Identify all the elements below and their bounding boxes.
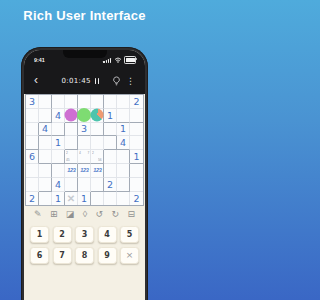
grid-cell-r8c5[interactable]: 1 xyxy=(78,192,91,206)
grid-cell-r7c7[interactable]: 2 xyxy=(104,178,117,192)
given-digit: 4 xyxy=(120,137,126,148)
grid-cell-r8c8[interactable] xyxy=(117,192,130,206)
grid-cell-r2c2[interactable] xyxy=(39,109,52,123)
keypad-toggle-icon[interactable]: ⊟ xyxy=(127,209,135,219)
grid-cell-r2c5[interactable] xyxy=(78,109,91,123)
undo-icon[interactable]: ↺ xyxy=(96,209,104,219)
grid-cell-r7c9[interactable] xyxy=(130,178,143,192)
given-digit: 4 xyxy=(55,110,61,121)
grid-cell-r7c8[interactable] xyxy=(117,178,130,192)
cross-mark: ✕ xyxy=(67,193,75,204)
grid-cell-r6c6[interactable]: 123 xyxy=(91,164,104,178)
given-digit: 2 xyxy=(133,193,139,204)
key-3[interactable]: 3 xyxy=(75,226,94,243)
signal-icon xyxy=(103,58,111,63)
grid-cell-r3c4[interactable] xyxy=(65,123,78,137)
given-digit: 1 xyxy=(55,193,61,204)
grid-cell-r6c5[interactable]: 123 xyxy=(78,164,91,178)
notes-icon[interactable]: ⊞ xyxy=(50,209,58,219)
color-icon[interactable]: ◊ xyxy=(83,209,87,219)
given-digit: 2 xyxy=(29,193,35,204)
teal-coral-circle xyxy=(91,109,104,122)
grid-cell-r2c8[interactable] xyxy=(117,109,130,123)
grid-cell-r1c2[interactable] xyxy=(39,95,52,109)
screen-filler xyxy=(24,264,145,300)
grid-cell-r6c4[interactable]: 123 xyxy=(65,164,78,178)
grid-cell-r8c1[interactable]: 2 xyxy=(26,192,39,206)
grid-cell-r7c5[interactable] xyxy=(78,178,91,192)
delete-key[interactable]: × xyxy=(120,247,139,264)
given-digit: 1 xyxy=(81,193,87,204)
wifi-icon xyxy=(114,57,122,63)
grid-cell-r3c6[interactable] xyxy=(91,123,104,137)
grid-cell-r5c9[interactable]: 1 xyxy=(130,150,143,164)
grid-cell-r2c7[interactable]: 1 xyxy=(104,109,117,123)
grid-cell-r6c3[interactable] xyxy=(52,164,65,178)
grid-cell-r8c7[interactable] xyxy=(104,192,117,206)
grid-cell-r5c7[interactable] xyxy=(104,150,117,164)
grid-cell-r4c9[interactable] xyxy=(130,136,143,150)
grid-cell-r4c6[interactable] xyxy=(91,136,104,150)
key-4[interactable]: 4 xyxy=(98,226,117,243)
grid-cell-r8c3[interactable]: 1 xyxy=(52,192,65,206)
grid-cell-r1c4[interactable] xyxy=(65,95,78,109)
magenta-circle xyxy=(65,109,78,122)
corner-note: 45 xyxy=(66,159,70,162)
grid-cell-r7c3[interactable]: 4 xyxy=(52,178,65,192)
puzzle-grid: 32414311462454725611231231234221✕12 xyxy=(26,95,143,205)
given-digit: 2 xyxy=(133,96,139,107)
given-digit: 3 xyxy=(81,123,87,134)
grid-cell-r5c1[interactable]: 6 xyxy=(26,150,39,164)
grid-cell-r5c6[interactable]: 256 xyxy=(91,150,104,164)
grid-cell-r4c8[interactable]: 4 xyxy=(117,136,130,150)
corner-note: 2 xyxy=(92,151,94,154)
redo-icon[interactable]: ↻ xyxy=(111,209,119,219)
grid-cell-r1c9[interactable]: 2 xyxy=(130,95,143,109)
key-8[interactable]: 8 xyxy=(75,247,94,264)
grid-cell-r6c8[interactable] xyxy=(117,164,130,178)
given-digit: 4 xyxy=(42,123,48,134)
given-digit: 6 xyxy=(29,151,35,162)
grid-cell-r4c7[interactable] xyxy=(104,136,117,150)
status-time: 9:41 xyxy=(34,57,45,62)
grid-cell-r4c3[interactable]: 1 xyxy=(52,136,65,150)
number-keypad: 123456789× xyxy=(24,222,145,264)
grid-cell-r1c1[interactable]: 3 xyxy=(26,95,39,109)
green-circle xyxy=(77,108,91,122)
corner-note: 4 xyxy=(79,151,81,154)
grid-cell-r4c4[interactable] xyxy=(65,136,78,150)
grid-cell-r2c1[interactable] xyxy=(26,109,39,123)
grid-cell-r6c1[interactable] xyxy=(26,164,39,178)
timer-value: 0:01:45 xyxy=(62,77,91,85)
key-1[interactable]: 1 xyxy=(30,226,49,243)
tools-row: ✎⊞◪◊↺↻⊟ xyxy=(24,206,145,222)
grid-cell-r3c5[interactable]: 3 xyxy=(78,123,91,137)
given-digit: 1 xyxy=(55,137,61,148)
eraser-icon[interactable]: ◪ xyxy=(66,209,75,219)
given-digit: 2 xyxy=(107,179,113,190)
pause-button[interactable] xyxy=(95,78,100,85)
grid-cell-r5c8[interactable] xyxy=(117,150,130,164)
grid-cell-r4c5[interactable] xyxy=(78,136,91,150)
phone-mockup: 9:41 ‹ 0:01:45 xyxy=(21,47,148,300)
grid-cell-r6c2[interactable] xyxy=(39,164,52,178)
phone-notch xyxy=(63,50,107,58)
grid-cell-r1c6[interactable] xyxy=(91,95,104,109)
grid-cell-r3c9[interactable] xyxy=(130,123,143,137)
grid-cell-r1c5[interactable] xyxy=(78,95,91,109)
menu-button[interactable]: ⋮ xyxy=(126,77,135,86)
grid-cell-r1c3[interactable] xyxy=(52,95,65,109)
screen-top: 9:41 ‹ 0:01:45 xyxy=(24,50,145,94)
center-note: 123 xyxy=(67,168,75,173)
key-2[interactable]: 2 xyxy=(53,226,72,243)
given-digit: 1 xyxy=(107,110,113,121)
grid-cell-r7c4[interactable] xyxy=(65,178,78,192)
grid-cell-r8c2[interactable] xyxy=(39,192,52,206)
grid-cell-r7c1[interactable] xyxy=(26,178,39,192)
grid-cell-r5c3[interactable] xyxy=(52,150,65,164)
page-title: Rich User Interface xyxy=(0,8,169,23)
grid-cell-r3c1[interactable] xyxy=(26,123,39,137)
grid-cell-r8c9[interactable]: 2 xyxy=(130,192,143,206)
key-5[interactable]: 5 xyxy=(120,226,139,243)
grid-cell-r3c2[interactable]: 4 xyxy=(39,123,52,137)
grid-cell-r8c4[interactable]: ✕ xyxy=(65,192,78,206)
grid-cell-r3c3[interactable] xyxy=(52,123,65,137)
hint-lightbulb-icon[interactable] xyxy=(112,76,121,86)
game-toolbar: ‹ 0:01:45 ⋮ xyxy=(24,68,145,94)
grid-cell-r6c9[interactable] xyxy=(130,164,143,178)
grid-cell-r2c6[interactable] xyxy=(91,109,104,123)
grid-cell-r2c9[interactable] xyxy=(130,109,143,123)
grid-cell-r7c6[interactable] xyxy=(91,178,104,192)
grid-cell-r4c1[interactable] xyxy=(26,136,39,150)
grid-cell-r3c7[interactable] xyxy=(104,123,117,137)
center-note: 123 xyxy=(93,168,101,173)
corner-note: 7 xyxy=(87,151,89,154)
grid-cell-r3c8[interactable]: 1 xyxy=(117,123,130,137)
pencil-icon[interactable]: ✎ xyxy=(34,209,42,219)
grid-cell-r5c5[interactable]: 47 xyxy=(78,150,91,164)
back-button[interactable]: ‹ xyxy=(34,74,52,86)
key-6[interactable]: 6 xyxy=(30,247,49,264)
given-digit: 1 xyxy=(120,123,126,134)
grid-cell-r4c2[interactable] xyxy=(39,136,52,150)
grid-cell-r6c7[interactable] xyxy=(104,164,117,178)
phone-screen: 9:41 ‹ 0:01:45 xyxy=(24,50,145,300)
key-9[interactable]: 9 xyxy=(98,247,117,264)
puzzle-panel: 32414311462454725611231231234221✕12 xyxy=(25,94,144,206)
grid-cell-r7c2[interactable] xyxy=(39,178,52,192)
corner-note: 2 xyxy=(66,151,68,154)
given-digit: 4 xyxy=(55,179,61,190)
battery-icon xyxy=(124,56,136,64)
grid-cell-r5c4[interactable]: 245 xyxy=(65,150,78,164)
grid-cell-r5c2[interactable] xyxy=(39,150,52,164)
grid-cell-r1c7[interactable] xyxy=(104,95,117,109)
grid-cell-r2c3[interactable]: 4 xyxy=(52,109,65,123)
key-7[interactable]: 7 xyxy=(53,247,72,264)
grid-cell-r1c8[interactable] xyxy=(117,95,130,109)
given-digit: 1 xyxy=(133,151,139,162)
grid-cell-r8c6[interactable] xyxy=(91,192,104,206)
center-note: 123 xyxy=(80,168,88,173)
corner-note: 56 xyxy=(98,159,102,162)
status-icons xyxy=(103,56,136,64)
given-digit: 3 xyxy=(29,96,35,107)
